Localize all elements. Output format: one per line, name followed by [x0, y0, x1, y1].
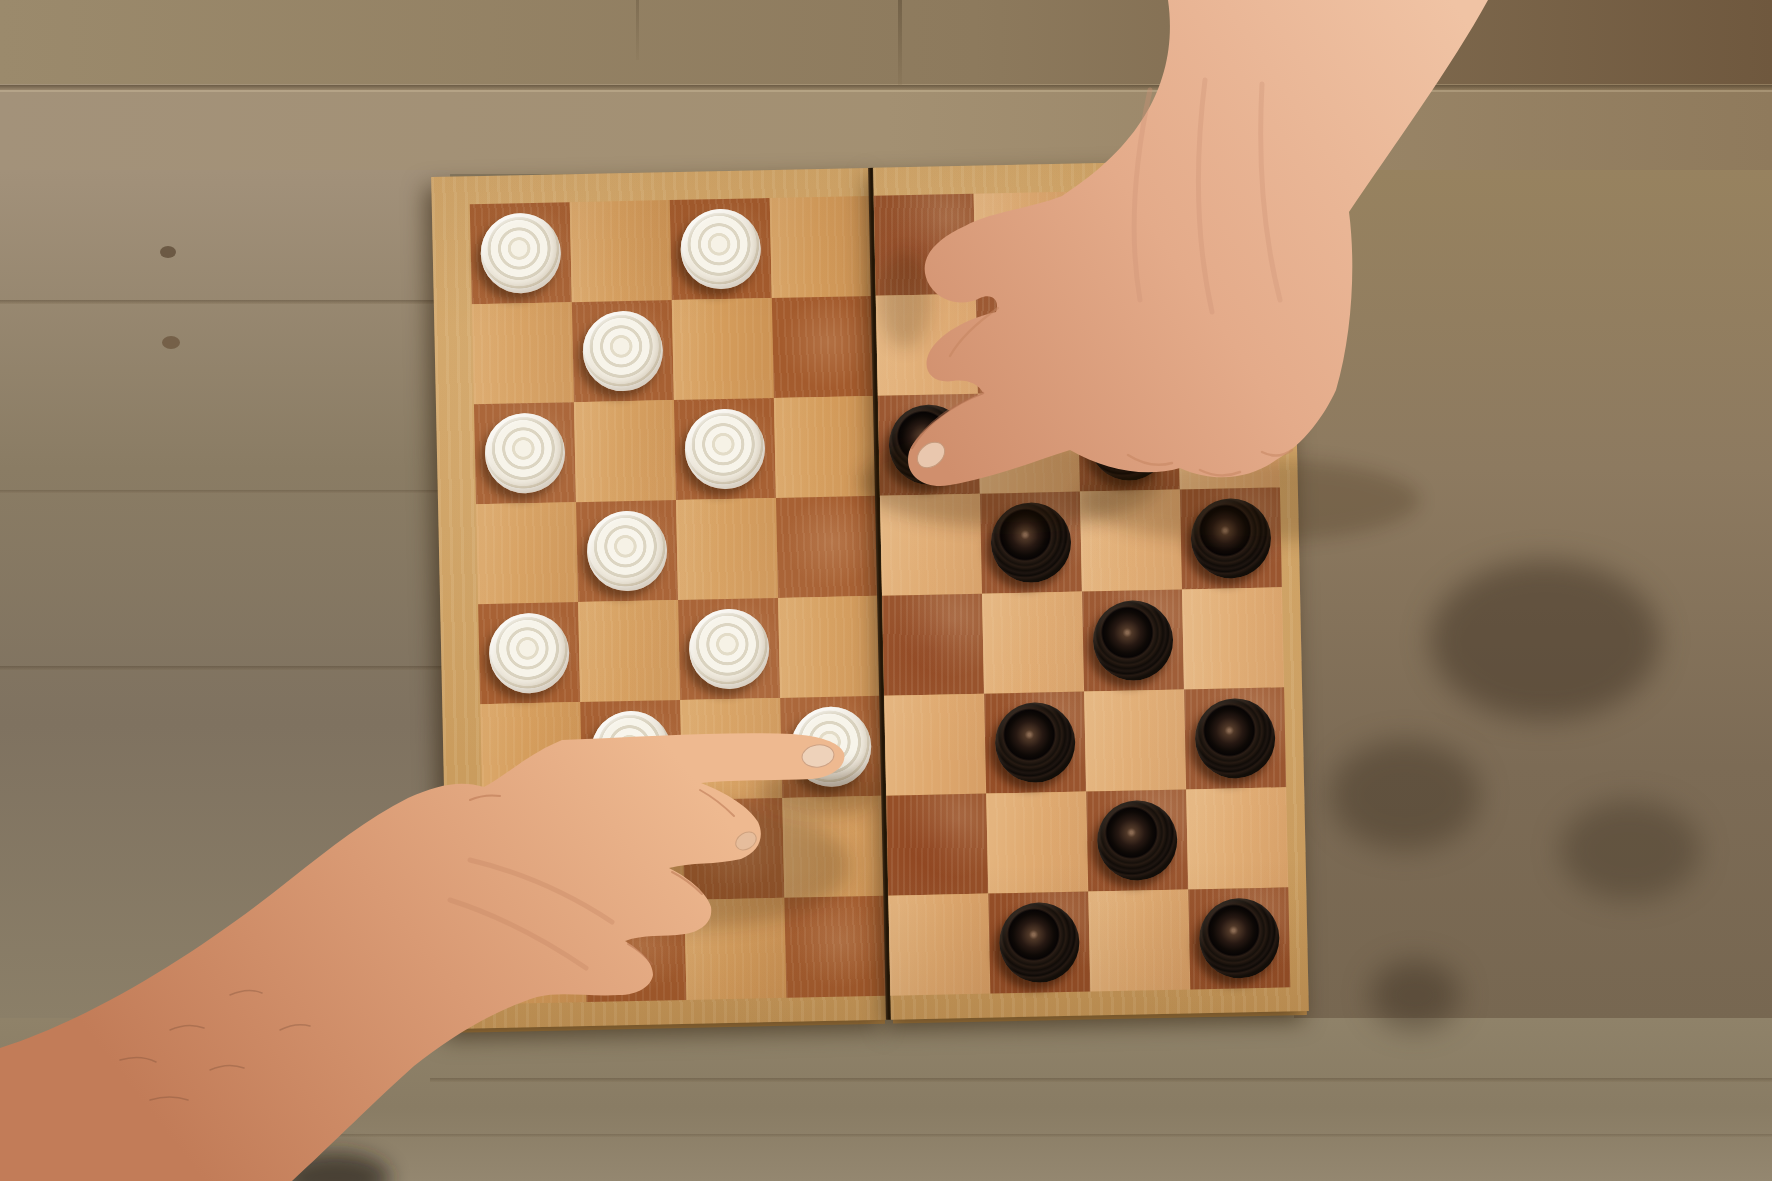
board-cell-r3c2: [574, 400, 676, 502]
black-player-hand: [820, 0, 1772, 560]
white-player-hand: [0, 560, 880, 1181]
wood-stain: [1430, 560, 1660, 720]
wood-stain: [1560, 800, 1700, 900]
black-player-hand-outline: [908, 0, 1488, 486]
white-player-hand-outline: [0, 733, 844, 1181]
board-cell-r6c7: [1084, 689, 1186, 791]
table-plank-groove: [0, 490, 447, 493]
board-cell-r7c5[interactable]: [886, 794, 988, 896]
wood-knot: [162, 336, 180, 349]
board-cell-r5c6: [982, 592, 1084, 694]
board-cell-r5c5[interactable]: [882, 594, 984, 696]
board-cell-r2c1: [472, 302, 574, 404]
board-cell-r5c8: [1182, 587, 1284, 689]
board-cell-r8c5: [888, 894, 990, 996]
board-cell-r2c3: [672, 298, 774, 400]
board-cell-r8c7: [1088, 889, 1190, 991]
checkers-game-scene: [0, 0, 1772, 1181]
table-plank-seam: [636, 0, 639, 60]
board-cell-r7c6: [986, 792, 1088, 894]
wood-stain: [1330, 740, 1480, 850]
board-cell-r7c8: [1186, 787, 1288, 889]
board-cell-r1c2: [570, 200, 672, 302]
table-plank-groove: [0, 300, 447, 304]
wood-knot: [160, 246, 176, 258]
board-cell-r6c5: [884, 694, 986, 796]
wood-stain: [1370, 960, 1460, 1030]
